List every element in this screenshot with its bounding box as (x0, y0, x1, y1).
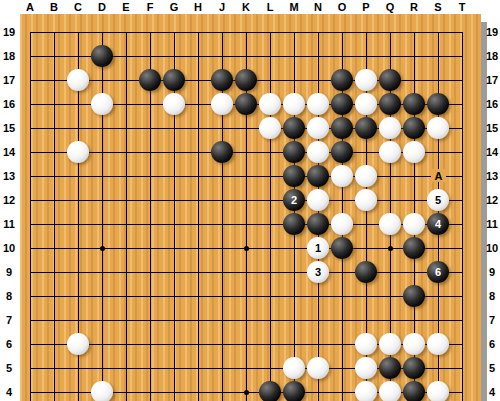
row-label-right-11: 11 (484, 218, 500, 231)
col-label-R: R (404, 1, 424, 14)
stone-L4[interactable] (259, 381, 281, 401)
row-label-left-9: 9 (0, 266, 18, 279)
col-label-D: D (92, 1, 112, 14)
row-label-right-5: 5 (484, 362, 500, 375)
row-label-left-4: 4 (0, 386, 18, 399)
row-label-right-13: 13 (484, 170, 500, 183)
stone-Q16[interactable] (379, 93, 401, 115)
col-label-G: G (164, 1, 184, 14)
stone-C17[interactable] (67, 69, 89, 91)
grid-line-row-7 (30, 320, 463, 321)
col-label-P: P (356, 1, 376, 14)
stone-Q6[interactable] (379, 333, 401, 355)
grid-line-col-D (102, 32, 103, 401)
col-label-N: N (308, 1, 328, 14)
grid-line-row-13 (30, 176, 463, 177)
stone-D16[interactable] (91, 93, 113, 115)
goban[interactable]: 254136A (20, 14, 481, 401)
stone-N9[interactable]: 3 (307, 261, 329, 283)
stone-M4[interactable] (283, 381, 305, 401)
stone-P16[interactable] (355, 93, 377, 115)
grid-line-col-E (126, 32, 127, 401)
col-label-E: E (116, 1, 136, 14)
stone-D4[interactable] (91, 381, 113, 401)
stone-R4[interactable] (403, 381, 425, 401)
row-label-right-7: 7 (484, 314, 500, 327)
col-label-J: J (212, 1, 232, 14)
grid-line-col-H (198, 32, 199, 401)
stone-N11[interactable] (307, 213, 329, 235)
stone-C14[interactable] (67, 141, 89, 163)
stone-N5[interactable] (307, 357, 329, 379)
star-point (244, 390, 249, 395)
stone-R11[interactable] (403, 213, 425, 235)
stone-Q4[interactable] (379, 381, 401, 401)
col-label-K: K (236, 1, 256, 14)
move-number-4: 4 (435, 219, 441, 230)
stone-F17[interactable] (139, 69, 161, 91)
col-label-M: M (284, 1, 304, 14)
row-label-left-11: 11 (0, 218, 18, 231)
stone-S16[interactable] (427, 93, 449, 115)
stone-J17[interactable] (211, 69, 233, 91)
stone-L15[interactable] (259, 117, 281, 139)
stone-S15[interactable] (427, 117, 449, 139)
row-label-right-12: 12 (484, 194, 500, 207)
stone-M15[interactable] (283, 117, 305, 139)
stone-N16[interactable] (307, 93, 329, 115)
grid-line-row-19 (30, 32, 463, 33)
stone-R6[interactable] (403, 333, 425, 355)
row-label-left-10: 10 (0, 242, 18, 255)
stone-P13[interactable] (355, 165, 377, 187)
row-label-left-19: 19 (0, 26, 18, 39)
stone-N12[interactable] (307, 189, 329, 211)
row-label-right-8: 8 (484, 290, 500, 303)
row-label-left-5: 5 (0, 362, 18, 375)
stone-O14[interactable] (331, 141, 353, 163)
stone-P15[interactable] (355, 117, 377, 139)
row-label-left-6: 6 (0, 338, 18, 351)
row-label-right-14: 14 (484, 146, 500, 159)
row-label-right-4: 4 (484, 386, 500, 399)
stone-R8[interactable] (403, 285, 425, 307)
col-label-T: T (452, 1, 472, 14)
row-label-left-15: 15 (0, 122, 18, 135)
stone-M13[interactable] (283, 165, 305, 187)
row-label-left-7: 7 (0, 314, 18, 327)
stone-S4[interactable] (427, 381, 449, 401)
stone-R5[interactable] (403, 357, 425, 379)
move-number-2: 2 (291, 195, 297, 206)
stone-C6[interactable] (67, 333, 89, 355)
stone-J16[interactable] (211, 93, 233, 115)
stone-Q15[interactable] (379, 117, 401, 139)
row-label-left-16: 16 (0, 98, 18, 111)
stone-S6[interactable] (427, 333, 449, 355)
stone-J14[interactable] (211, 141, 233, 163)
stone-K17[interactable] (235, 69, 257, 91)
go-diagram: 254136A ABCDEFGHJKLMNOPQRST1919181817171… (0, 0, 500, 401)
stone-Q17[interactable] (379, 69, 401, 91)
stone-G17[interactable] (163, 69, 185, 91)
grid-line-col-L (270, 32, 271, 401)
row-label-left-12: 12 (0, 194, 18, 207)
col-label-F: F (140, 1, 160, 14)
stone-N15[interactable] (307, 117, 329, 139)
row-label-right-6: 6 (484, 338, 500, 351)
stone-O16[interactable] (331, 93, 353, 115)
row-label-right-10: 10 (484, 242, 500, 255)
stone-P5[interactable] (355, 357, 377, 379)
move-number-5: 5 (435, 195, 441, 206)
stone-O11[interactable] (331, 213, 353, 235)
move-number-3: 3 (315, 267, 321, 278)
row-label-left-18: 18 (0, 50, 18, 63)
stone-O13[interactable] (331, 165, 353, 187)
stone-L16[interactable] (259, 93, 281, 115)
row-label-left-17: 17 (0, 74, 18, 87)
col-label-L: L (260, 1, 280, 14)
grid-line-row-9 (30, 272, 463, 273)
stone-G16[interactable] (163, 93, 185, 115)
stone-O10[interactable] (331, 237, 353, 259)
marker-A: A (431, 169, 446, 182)
row-label-right-18: 18 (484, 50, 500, 63)
stone-R15[interactable] (403, 117, 425, 139)
row-label-left-14: 14 (0, 146, 18, 159)
stone-K16[interactable] (235, 93, 257, 115)
stone-Q11[interactable] (379, 213, 401, 235)
stone-N10[interactable]: 1 (307, 237, 329, 259)
row-label-right-19: 19 (484, 26, 500, 39)
stone-D18[interactable] (91, 45, 113, 67)
stone-Q5[interactable] (379, 357, 401, 379)
grid-line-row-12 (30, 200, 463, 201)
stone-M12[interactable]: 2 (283, 189, 305, 211)
col-label-O: O (332, 1, 352, 14)
row-label-right-15: 15 (484, 122, 500, 135)
row-label-left-13: 13 (0, 170, 18, 183)
grid-line-col-B (54, 32, 55, 401)
stone-M11[interactable] (283, 213, 305, 235)
row-label-left-8: 8 (0, 290, 18, 303)
stone-P6[interactable] (355, 333, 377, 355)
col-label-B: B (44, 1, 64, 14)
move-number-6: 6 (435, 267, 441, 278)
stone-M16[interactable] (283, 93, 305, 115)
grid-line-col-T (462, 32, 463, 401)
stone-S12[interactable]: 5 (427, 189, 449, 211)
row-label-right-9: 9 (484, 266, 500, 279)
row-label-right-16: 16 (484, 98, 500, 111)
stone-R16[interactable] (403, 93, 425, 115)
stone-S9[interactable]: 6 (427, 261, 449, 283)
col-label-S: S (428, 1, 448, 14)
stone-P9[interactable] (355, 261, 377, 283)
star-point (388, 246, 393, 251)
col-label-C: C (68, 1, 88, 14)
stone-M5[interactable] (283, 357, 305, 379)
stone-P4[interactable] (355, 381, 377, 401)
col-label-A: A (20, 1, 40, 14)
stone-O15[interactable] (331, 117, 353, 139)
stone-P12[interactable] (355, 189, 377, 211)
col-label-H: H (188, 1, 208, 14)
stone-O17[interactable] (331, 69, 353, 91)
grid-line-row-8 (30, 296, 463, 297)
stone-Q14[interactable] (379, 141, 401, 163)
stone-S11[interactable]: 4 (427, 213, 449, 235)
stone-N14[interactable] (307, 141, 329, 163)
grid-line-col-A (30, 32, 31, 401)
stone-R14[interactable] (403, 141, 425, 163)
row-label-right-17: 17 (484, 74, 500, 87)
stone-M14[interactable] (283, 141, 305, 163)
star-point (100, 246, 105, 251)
col-label-Q: Q (380, 1, 400, 14)
stone-N13[interactable] (307, 165, 329, 187)
stone-R10[interactable] (403, 237, 425, 259)
star-point (244, 246, 249, 251)
move-number-1: 1 (315, 243, 321, 254)
stone-P17[interactable] (355, 69, 377, 91)
